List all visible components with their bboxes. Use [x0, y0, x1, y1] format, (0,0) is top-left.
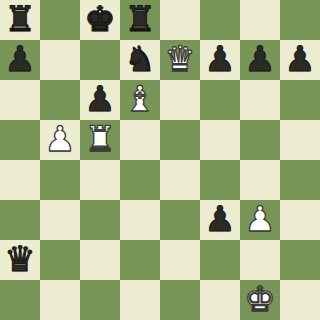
white-pawn[interactable]: ♟ [244, 199, 275, 239]
square-e6[interactable] [160, 80, 200, 120]
square-h3[interactable] [280, 200, 320, 240]
square-f8[interactable] [200, 0, 240, 40]
square-c4[interactable] [80, 160, 120, 200]
square-h7[interactable]: ♟ [280, 40, 320, 80]
square-f1[interactable] [200, 280, 240, 320]
square-b6[interactable] [40, 80, 80, 120]
square-a3[interactable] [0, 200, 40, 240]
square-b8[interactable] [40, 0, 80, 40]
square-h6[interactable] [280, 80, 320, 120]
square-a2[interactable]: ♛ [0, 240, 40, 280]
square-g5[interactable] [240, 120, 280, 160]
square-d8[interactable]: ♜ [120, 0, 160, 40]
square-e3[interactable] [160, 200, 200, 240]
chess-board: ♜♚♜♟♞♛♟♟♟♟♝♟♜♟♟♛♚ [0, 0, 320, 320]
square-g4[interactable] [240, 160, 280, 200]
square-a6[interactable] [0, 80, 40, 120]
square-b4[interactable] [40, 160, 80, 200]
square-e5[interactable] [160, 120, 200, 160]
square-d7[interactable]: ♞ [120, 40, 160, 80]
black-pawn[interactable]: ♟ [284, 39, 315, 79]
square-e2[interactable] [160, 240, 200, 280]
square-e1[interactable] [160, 280, 200, 320]
square-b1[interactable] [40, 280, 80, 320]
square-a5[interactable] [0, 120, 40, 160]
black-knight[interactable]: ♞ [124, 39, 155, 79]
black-pawn[interactable]: ♟ [84, 79, 115, 119]
square-c1[interactable] [80, 280, 120, 320]
chess-board-container: ♜♚♜♟♞♛♟♟♟♟♝♟♜♟♟♛♚ [0, 0, 320, 320]
square-g6[interactable] [240, 80, 280, 120]
square-d4[interactable] [120, 160, 160, 200]
square-d5[interactable] [120, 120, 160, 160]
square-d1[interactable] [120, 280, 160, 320]
white-queen[interactable]: ♛ [164, 39, 195, 79]
square-g2[interactable] [240, 240, 280, 280]
square-c6[interactable]: ♟ [80, 80, 120, 120]
square-f5[interactable] [200, 120, 240, 160]
square-c8[interactable]: ♚ [80, 0, 120, 40]
black-queen[interactable]: ♛ [4, 239, 35, 279]
black-pawn[interactable]: ♟ [204, 199, 235, 239]
black-king[interactable]: ♚ [84, 0, 115, 39]
square-f2[interactable] [200, 240, 240, 280]
square-c7[interactable] [80, 40, 120, 80]
white-pawn[interactable]: ♟ [44, 119, 75, 159]
square-a7[interactable]: ♟ [0, 40, 40, 80]
square-c5[interactable]: ♜ [80, 120, 120, 160]
black-rook[interactable]: ♜ [124, 0, 155, 39]
white-king[interactable]: ♚ [244, 279, 275, 319]
square-c3[interactable] [80, 200, 120, 240]
square-e7[interactable]: ♛ [160, 40, 200, 80]
black-pawn[interactable]: ♟ [4, 39, 35, 79]
square-e4[interactable] [160, 160, 200, 200]
white-rook[interactable]: ♜ [84, 119, 115, 159]
square-a4[interactable] [0, 160, 40, 200]
square-d2[interactable] [120, 240, 160, 280]
square-h5[interactable] [280, 120, 320, 160]
black-pawn[interactable]: ♟ [204, 39, 235, 79]
square-g8[interactable] [240, 0, 280, 40]
square-b7[interactable] [40, 40, 80, 80]
square-h1[interactable] [280, 280, 320, 320]
square-h2[interactable] [280, 240, 320, 280]
square-f6[interactable] [200, 80, 240, 120]
square-g7[interactable]: ♟ [240, 40, 280, 80]
square-d6[interactable]: ♝ [120, 80, 160, 120]
black-rook[interactable]: ♜ [4, 0, 35, 39]
square-f4[interactable] [200, 160, 240, 200]
square-h4[interactable] [280, 160, 320, 200]
square-b5[interactable]: ♟ [40, 120, 80, 160]
black-pawn[interactable]: ♟ [244, 39, 275, 79]
square-d3[interactable] [120, 200, 160, 240]
square-g3[interactable]: ♟ [240, 200, 280, 240]
square-f7[interactable]: ♟ [200, 40, 240, 80]
square-h8[interactable] [280, 0, 320, 40]
square-b2[interactable] [40, 240, 80, 280]
white-bishop[interactable]: ♝ [124, 79, 155, 119]
square-c2[interactable] [80, 240, 120, 280]
square-a8[interactable]: ♜ [0, 0, 40, 40]
square-b3[interactable] [40, 200, 80, 240]
square-e8[interactable] [160, 0, 200, 40]
square-a1[interactable] [0, 280, 40, 320]
square-g1[interactable]: ♚ [240, 280, 280, 320]
square-f3[interactable]: ♟ [200, 200, 240, 240]
